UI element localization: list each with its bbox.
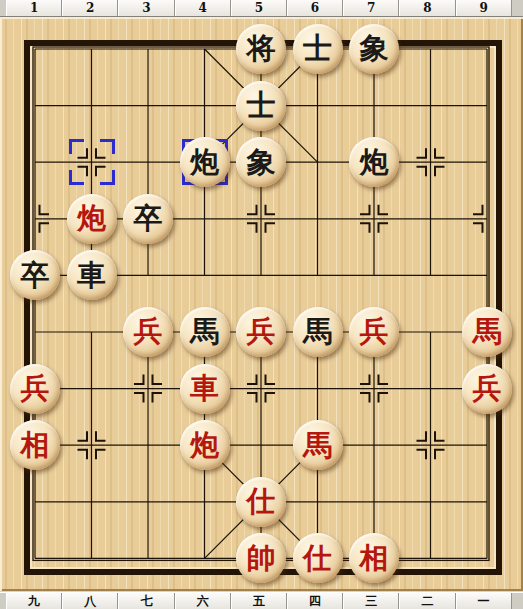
file-label-bottom-9: 一 [456,593,512,609]
piece-black-elephant[interactable]: 象 [349,24,399,74]
piece-black-chariot[interactable]: 車 [67,250,117,300]
piece-red-soldier[interactable]: 兵 [236,307,286,357]
piece-black-cannon[interactable]: 炮 [180,137,230,187]
piece-red-general[interactable]: 帥 [236,533,286,583]
bracket-corner-icon [100,170,115,185]
file-label-top-2: 2 [62,0,118,16]
file-label-bottom-7: 三 [343,593,399,609]
piece-black-advisor[interactable]: 士 [293,24,343,74]
piece-black-elephant[interactable]: 象 [236,137,286,187]
piece-red-horse[interactable]: 馬 [462,307,512,357]
file-label-bottom-4: 六 [175,593,231,609]
top-coordinate-bar: 123456789 [0,0,523,17]
file-label-top-4: 4 [175,0,231,16]
file-label-top-1: 1 [6,0,62,16]
piece-black-soldier[interactable]: 卒 [10,250,60,300]
file-label-top-7: 7 [343,0,399,16]
piece-layer: 将士象士炮象炮炮卒卒車兵馬兵馬兵馬兵車兵相炮馬仕帥仕相 [7,21,516,587]
piece-red-horse[interactable]: 馬 [293,420,343,470]
piece-black-general[interactable]: 将 [236,24,286,74]
file-label-bottom-8: 二 [399,593,455,609]
file-label-bottom-1: 九 [6,593,62,609]
bottom-coordinate-bar: 九八七六五四三二一 [0,592,523,609]
file-label-bottom-5: 五 [231,593,287,609]
file-label-top-3: 3 [118,0,174,16]
piece-red-chariot[interactable]: 車 [180,364,230,414]
bracket-corner-icon [100,139,115,154]
piece-red-cannon[interactable]: 炮 [180,420,230,470]
file-label-top-9: 9 [456,0,512,16]
file-label-top-5: 5 [231,0,287,16]
piece-black-horse[interactable]: 馬 [293,307,343,357]
piece-red-advisor[interactable]: 仕 [293,533,343,583]
piece-red-elephant[interactable]: 相 [349,533,399,583]
board[interactable]: 将士象士炮象炮炮卒卒車兵馬兵馬兵馬兵車兵相炮馬仕帥仕相 [0,17,523,591]
last-move-from-marker [69,139,115,185]
file-label-top-6: 6 [287,0,343,16]
piece-red-soldier[interactable]: 兵 [123,307,173,357]
piece-red-cannon[interactable]: 炮 [67,194,117,244]
file-label-bottom-2: 八 [62,593,118,609]
piece-red-elephant[interactable]: 相 [10,420,60,470]
file-label-top-8: 8 [399,0,455,16]
file-label-bottom-3: 七 [118,593,174,609]
piece-red-advisor[interactable]: 仕 [236,477,286,527]
piece-red-soldier[interactable]: 兵 [349,307,399,357]
xiangqi-board-window: 123456789 将士象士炮象炮炮卒卒車兵馬兵馬兵馬兵車兵相炮馬仕帥仕相 九八… [0,0,523,609]
bracket-corner-icon [69,139,84,154]
bracket-corner-icon [69,170,84,185]
piece-black-soldier[interactable]: 卒 [123,194,173,244]
piece-red-soldier[interactable]: 兵 [462,364,512,414]
piece-black-advisor[interactable]: 士 [236,81,286,131]
piece-black-cannon[interactable]: 炮 [349,137,399,187]
file-label-bottom-6: 四 [287,593,343,609]
piece-red-soldier[interactable]: 兵 [10,364,60,414]
piece-black-horse[interactable]: 馬 [180,307,230,357]
